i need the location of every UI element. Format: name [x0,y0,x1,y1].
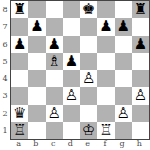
square-c4[interactable] [46,70,63,87]
white-pawn: ♙ [80,70,97,87]
square-b5[interactable] [28,53,45,70]
square-b3[interactable] [28,87,45,104]
file-label-d: d [62,139,79,150]
square-e4[interactable]: ♙ [80,70,97,87]
square-c1[interactable] [46,122,63,139]
square-b8[interactable] [28,1,45,18]
square-d6[interactable] [63,36,80,53]
black-pawn: ♟ [115,18,132,35]
rank-label-7: 7 [0,18,10,35]
black-pawn: ♟ [11,36,28,53]
square-f2[interactable] [97,105,114,122]
square-e7[interactable] [80,18,97,35]
square-e6[interactable] [80,36,97,53]
square-f8[interactable] [97,1,114,18]
rank-label-8: 8 [0,1,10,18]
white-rook: ♖ [11,122,28,139]
file-label-e: e [79,139,96,150]
file-label-f: f [96,139,113,150]
square-a3[interactable] [11,87,28,104]
square-c3[interactable] [46,87,63,104]
square-c7[interactable] [46,18,63,35]
square-g6[interactable] [115,36,132,53]
square-g1[interactable] [115,122,132,139]
square-c6[interactable]: ♟ [46,36,63,53]
square-f1[interactable]: ♖ [97,122,114,139]
square-c5[interactable]: ♗ [46,53,63,70]
square-e1[interactable]: ♔ [80,122,97,139]
square-d3[interactable]: ♙ [63,87,80,104]
square-h5[interactable] [132,53,149,70]
white-pawn: ♙ [63,87,80,104]
square-a5[interactable] [11,53,28,70]
chess-diagram: 87654321 ♜♚♜♟♟♟♟♟♟♗♟♙♙♙♛♙♙♖♔♖ abcdefgh [0,0,150,150]
white-pawn: ♙ [132,87,149,104]
square-e3[interactable] [80,87,97,104]
file-label-a: a [10,139,27,150]
rank-label-1: 1 [0,122,10,139]
square-g5[interactable] [115,53,132,70]
square-f5[interactable] [97,53,114,70]
file-label-h: h [131,139,148,150]
black-pawn: ♟ [63,53,80,70]
square-h2[interactable] [132,105,149,122]
rank-label-3: 3 [0,87,10,104]
square-h6[interactable]: ♟ [132,36,149,53]
square-a4[interactable] [11,70,28,87]
black-rook: ♜ [132,1,149,18]
square-h3[interactable]: ♙ [132,87,149,104]
square-h7[interactable] [132,18,149,35]
square-b6[interactable] [28,36,45,53]
square-g3[interactable] [115,87,132,104]
square-a7[interactable] [11,18,28,35]
square-g2[interactable]: ♙ [115,105,132,122]
square-f6[interactable] [97,36,114,53]
square-a2[interactable]: ♛ [11,105,28,122]
square-e2[interactable] [80,105,97,122]
black-pawn: ♟ [132,36,149,53]
rank-labels: 87654321 [0,1,10,139]
white-pawn: ♙ [115,105,132,122]
square-f3[interactable] [97,87,114,104]
square-f4[interactable] [97,70,114,87]
white-pawn: ♙ [46,105,63,122]
file-label-c: c [45,139,62,150]
square-d2[interactable] [63,105,80,122]
rank-label-5: 5 [0,53,10,70]
square-h8[interactable]: ♜ [132,1,149,18]
square-h1[interactable] [132,122,149,139]
square-d7[interactable] [63,18,80,35]
square-b7[interactable]: ♟ [28,18,45,35]
square-g7[interactable]: ♟ [115,18,132,35]
square-c8[interactable] [46,1,63,18]
square-a8[interactable]: ♜ [11,1,28,18]
square-f7[interactable]: ♟ [97,18,114,35]
square-b1[interactable] [28,122,45,139]
black-pawn: ♟ [46,36,63,53]
black-rook: ♜ [11,1,28,18]
rank-label-6: 6 [0,36,10,53]
rank-label-2: 2 [0,105,10,122]
square-g8[interactable] [115,1,132,18]
black-queen: ♛ [11,105,28,122]
square-b4[interactable] [28,70,45,87]
square-c2[interactable]: ♙ [46,105,63,122]
white-king: ♔ [80,122,97,139]
black-pawn: ♟ [97,18,114,35]
white-rook: ♖ [97,122,114,139]
chess-board: ♜♚♜♟♟♟♟♟♟♗♟♙♙♙♛♙♙♖♔♖ [10,0,150,140]
file-label-b: b [27,139,44,150]
black-king: ♚ [80,1,97,18]
white-bishop: ♗ [46,53,63,70]
square-a6[interactable]: ♟ [11,36,28,53]
square-h4[interactable] [132,70,149,87]
rank-label-4: 4 [0,70,10,87]
square-g4[interactable] [115,70,132,87]
file-labels: abcdefgh [10,139,148,150]
square-e5[interactable] [80,53,97,70]
black-pawn: ♟ [28,18,45,35]
square-b2[interactable] [28,105,45,122]
file-label-g: g [114,139,131,150]
square-a1[interactable]: ♖ [11,122,28,139]
square-d4[interactable] [63,70,80,87]
square-d5[interactable]: ♟ [63,53,80,70]
square-d1[interactable] [63,122,80,139]
square-e8[interactable]: ♚ [80,1,97,18]
square-d8[interactable] [63,1,80,18]
